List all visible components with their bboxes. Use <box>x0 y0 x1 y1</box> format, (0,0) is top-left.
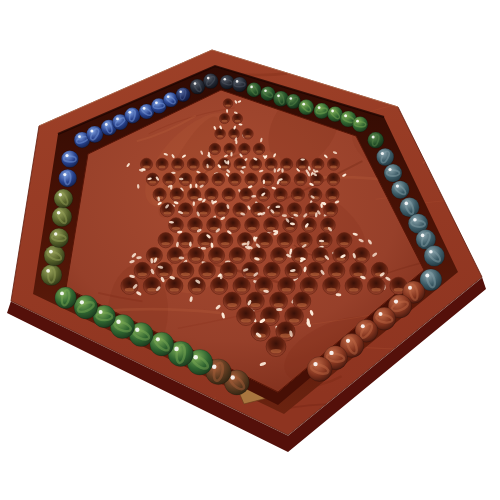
hole-glint <box>221 242 229 245</box>
hole-glint <box>203 273 212 277</box>
hole-dimple <box>300 277 317 294</box>
hole-dimple <box>224 143 235 154</box>
paint-speck <box>276 308 282 311</box>
marble-highlight <box>250 86 253 89</box>
hole-glint <box>200 211 208 214</box>
hole-dimple <box>220 114 230 124</box>
hole-glint <box>242 196 249 199</box>
hole-glint <box>314 181 321 184</box>
hole-dimple <box>277 233 292 248</box>
hole-dimple <box>326 188 339 201</box>
hole-glint <box>192 288 201 292</box>
marble-highlight <box>143 107 146 110</box>
marble-highlight <box>49 250 53 254</box>
tray-marble[interactable] <box>49 228 68 247</box>
tray-marble[interactable] <box>124 108 140 124</box>
hole-glint <box>252 166 259 169</box>
marble-sphere <box>190 79 205 94</box>
marble-highlight <box>207 77 210 80</box>
hole-glint <box>265 318 275 322</box>
tray-marble[interactable] <box>54 189 73 208</box>
hole-glint <box>332 273 341 277</box>
hole-dimple <box>239 143 250 154</box>
hole-glint <box>357 257 366 261</box>
marble-highlight <box>116 118 119 121</box>
hole-glint <box>268 166 275 169</box>
hole-dimple <box>337 233 352 248</box>
hole-glint <box>274 257 283 261</box>
hole-glint <box>248 181 255 184</box>
marble-highlight <box>57 211 61 215</box>
hole-dimple <box>237 307 256 326</box>
hole-glint <box>241 150 247 152</box>
hole-dimple <box>167 247 183 263</box>
hole-glint <box>217 135 223 137</box>
tray-marble[interactable] <box>61 150 78 167</box>
hole-glint <box>267 273 276 277</box>
hole-glint <box>282 288 291 292</box>
hole-glint <box>224 273 233 277</box>
hole-glint <box>315 166 322 169</box>
hole-glint <box>304 288 313 292</box>
hole-dimple <box>253 143 264 154</box>
hole-glint <box>241 318 251 322</box>
marble-sphere <box>424 246 445 267</box>
hole-dimple <box>209 247 225 263</box>
hole-glint <box>222 120 228 122</box>
hole-glint <box>162 242 170 245</box>
hole-glint <box>143 166 150 169</box>
hole-dimple <box>265 158 277 170</box>
hole-dimple <box>172 158 184 170</box>
marble-highlight <box>80 300 84 304</box>
marble-highlight <box>46 269 50 273</box>
hole-dimple <box>229 129 240 140</box>
hole-dimple <box>245 218 260 233</box>
marble-sphere <box>247 83 262 98</box>
hole-dimple <box>199 262 216 279</box>
hole-dimple <box>309 188 322 201</box>
marble-highlight <box>302 103 305 106</box>
marble-sphere <box>86 126 103 143</box>
marble-sphere <box>44 245 65 266</box>
hole-dimple <box>205 188 218 201</box>
hole-glint <box>190 166 197 169</box>
hole-glint <box>274 303 284 307</box>
marble-sphere <box>377 148 394 165</box>
hole-glint <box>229 227 237 230</box>
hole-dimple <box>169 218 184 233</box>
marble-highlight <box>394 300 398 304</box>
hole-dimple <box>278 277 295 294</box>
marble-highlight <box>331 110 334 113</box>
hole-dimple <box>271 247 287 263</box>
marble-highlight <box>193 355 198 360</box>
hole-dimple <box>317 233 332 248</box>
hole-dimple <box>212 173 225 186</box>
hole-glint <box>235 120 241 122</box>
hole-glint <box>289 318 299 322</box>
hole-glint <box>166 181 173 184</box>
marble-sphere <box>299 100 314 115</box>
tray-marble[interactable] <box>299 100 314 115</box>
hole-dimple <box>179 203 193 217</box>
marble-highlight <box>356 120 359 123</box>
hole-glint <box>147 288 156 292</box>
hole-dimple <box>312 158 324 170</box>
hole-dimple <box>229 247 245 263</box>
hole-glint <box>181 242 189 245</box>
tray-marble[interactable] <box>307 357 332 382</box>
tray-marble[interactable] <box>41 265 62 286</box>
hole-dimple <box>156 262 173 279</box>
hole-glint <box>277 196 284 199</box>
hole-dimple <box>250 247 266 263</box>
marble-highlight <box>155 101 158 104</box>
marble-highlight <box>60 292 64 296</box>
tray-marble[interactable] <box>261 86 276 101</box>
hole-glint <box>182 181 189 184</box>
tray-marble[interactable] <box>377 148 394 165</box>
marble-sphere <box>54 189 73 208</box>
hole-glint <box>256 150 262 152</box>
hole-dimple <box>345 277 362 294</box>
marble-highlight <box>105 123 108 126</box>
hole-glint <box>320 242 328 245</box>
hole-dimple <box>333 247 349 263</box>
tray-marble[interactable] <box>352 117 368 133</box>
marble-highlight <box>179 90 182 93</box>
hole-dimple <box>226 218 241 233</box>
hole-dimple <box>215 129 226 140</box>
tray-marble[interactable] <box>232 77 247 92</box>
hole-glint <box>245 135 251 137</box>
marble-highlight <box>346 339 350 343</box>
hole-dimple <box>233 277 250 294</box>
marble-highlight <box>313 362 317 366</box>
hole-dimple <box>291 247 307 263</box>
hole-glint <box>218 211 226 214</box>
hole-glint <box>283 166 290 169</box>
marble-highlight <box>90 130 93 133</box>
hole-glint <box>310 273 319 277</box>
marble-highlight <box>344 114 347 117</box>
hole-glint <box>159 273 168 277</box>
marble-highlight <box>361 324 365 328</box>
marble-sphere <box>52 207 72 227</box>
hole-dimple <box>229 173 242 186</box>
hole-glint <box>225 196 232 199</box>
marble-highlight <box>318 106 321 109</box>
marble-highlight <box>99 310 103 314</box>
marble-highlight <box>388 168 391 171</box>
hole-glint <box>138 273 147 277</box>
hole-glint <box>201 242 209 245</box>
hole-glint <box>171 257 180 261</box>
hole-glint <box>353 273 362 277</box>
hole-glint <box>172 227 180 230</box>
hole-glint <box>281 242 289 245</box>
marble-highlight <box>128 111 131 114</box>
marble-highlight <box>156 337 160 341</box>
marble-highlight <box>408 286 412 290</box>
marble-sphere <box>203 74 218 89</box>
marble-sphere <box>391 181 409 199</box>
hole-dimple <box>328 262 345 279</box>
marble-highlight <box>65 154 68 157</box>
hole-dimple <box>266 337 286 357</box>
paint-speck <box>189 242 192 247</box>
chinese-checkers-product-photo <box>0 0 500 500</box>
marble-highlight <box>381 152 384 155</box>
tray-marble[interactable] <box>203 74 218 89</box>
hole-glint <box>210 227 218 230</box>
hole-dimple <box>223 292 241 310</box>
hole-dimple <box>233 114 243 124</box>
hole-dimple <box>156 158 168 170</box>
marble-highlight <box>264 90 267 93</box>
hole-dimple <box>223 99 232 108</box>
hole-dimple <box>143 277 160 294</box>
hole-glint <box>237 288 246 292</box>
marble-highlight <box>329 351 333 355</box>
hole-glint <box>191 227 199 230</box>
hole-glint <box>125 288 134 292</box>
marble-highlight <box>116 320 120 324</box>
tray-marble[interactable] <box>44 245 65 266</box>
marble-highlight <box>372 136 375 139</box>
hole-glint <box>289 273 298 277</box>
hole-glint <box>340 242 348 245</box>
hole-glint <box>299 166 306 169</box>
hole-glint <box>170 288 179 292</box>
tray-marble[interactable] <box>52 207 72 227</box>
marble-highlight <box>421 234 425 238</box>
marble-highlight <box>277 94 280 97</box>
hole-glint <box>286 227 294 230</box>
paint-speck <box>263 179 265 184</box>
hole-glint <box>330 166 337 169</box>
marble-highlight <box>429 250 433 254</box>
hole-dimple <box>187 158 199 170</box>
tray-marble[interactable] <box>384 164 402 182</box>
hole-glint <box>329 196 336 199</box>
hole-glint <box>233 257 242 261</box>
hole-dimple <box>264 262 281 279</box>
hole-glint <box>327 211 335 214</box>
marble-highlight <box>425 273 429 277</box>
hole-glint <box>330 181 337 184</box>
tray-marble[interactable] <box>190 79 205 94</box>
marble-highlight <box>194 82 197 85</box>
hole-dimple <box>243 129 254 140</box>
hole-dimple <box>327 173 340 186</box>
hole-glint <box>225 105 230 107</box>
hole-dimple <box>251 322 270 341</box>
tray-marble[interactable] <box>314 103 330 119</box>
hole-dimple <box>188 247 204 263</box>
hole-glint <box>159 166 166 169</box>
hole-dimple <box>321 218 336 233</box>
hole-glint <box>149 181 156 184</box>
hole-glint <box>231 135 237 137</box>
hole-dimple <box>203 158 215 170</box>
tray-marble[interactable] <box>220 75 234 89</box>
tray-marble[interactable] <box>150 332 174 356</box>
tray-marble[interactable] <box>74 295 98 319</box>
hole-dimple <box>211 277 228 294</box>
marble-highlight <box>379 312 383 316</box>
marble-highlight <box>174 347 179 352</box>
hole-glint <box>281 181 288 184</box>
marble-sphere <box>150 332 174 356</box>
tray-marble[interactable] <box>176 87 190 101</box>
hole-glint <box>280 334 291 338</box>
tray-marble[interactable] <box>55 287 77 309</box>
hole-dimple <box>222 188 235 201</box>
marble-highlight <box>135 328 139 332</box>
hole-glint <box>297 303 307 307</box>
hole-glint <box>267 227 275 230</box>
hole-glint <box>251 303 261 307</box>
hole-dimple <box>368 277 385 294</box>
hole-dimple <box>209 143 220 154</box>
hole-dimple <box>166 277 183 294</box>
hole-glint <box>394 288 403 292</box>
hole-dimple <box>283 218 298 233</box>
marble-highlight <box>396 185 399 188</box>
hole-dimple <box>323 277 340 294</box>
board-svg <box>0 0 500 500</box>
tray-marble[interactable] <box>391 181 409 199</box>
hole-dimple <box>163 173 176 186</box>
marble-highlight <box>54 232 57 235</box>
marble-highlight <box>405 202 409 206</box>
hole-glint <box>261 242 269 245</box>
hole-glint <box>215 181 222 184</box>
tray-marble[interactable] <box>59 169 77 187</box>
marble-highlight <box>236 80 239 83</box>
paint-speck <box>300 159 305 161</box>
hole-dimple <box>238 233 253 248</box>
tray-marble[interactable] <box>86 126 103 143</box>
hole-glint <box>316 257 325 261</box>
marble-highlight <box>167 96 170 99</box>
hole-dimple <box>302 218 317 233</box>
hole-glint <box>164 211 172 214</box>
hole-glint <box>227 303 237 307</box>
hole-glint <box>173 196 180 199</box>
hole-glint <box>221 166 228 169</box>
marble-sphere <box>261 86 276 101</box>
hole-dimple <box>354 247 370 263</box>
hole-dimple <box>134 262 151 279</box>
hole-dimple <box>245 173 258 186</box>
tray-marble[interactable] <box>368 132 384 148</box>
marble-highlight <box>413 218 417 222</box>
hole-dimple <box>274 188 287 201</box>
hole-glint <box>192 257 201 261</box>
hole-glint <box>174 166 181 169</box>
hole-glint <box>371 288 380 292</box>
marble-highlight <box>78 135 81 138</box>
hole-glint <box>181 273 190 277</box>
marble-highlight <box>224 78 227 81</box>
hole-glint <box>271 349 282 353</box>
hole-dimple <box>328 158 340 170</box>
hole-glint <box>349 288 358 292</box>
hole-dimple <box>218 233 233 248</box>
tray-marble[interactable] <box>424 246 445 267</box>
hole-glint <box>260 196 267 199</box>
marble-highlight <box>59 193 62 196</box>
hole-dimple <box>220 262 237 279</box>
marble-highlight <box>63 173 66 176</box>
marble-sphere <box>74 295 98 319</box>
hole-glint <box>212 257 221 261</box>
hole-glint <box>198 181 205 184</box>
hole-dimple <box>239 188 252 201</box>
hole-dimple <box>371 262 388 279</box>
hole-glint <box>215 288 224 292</box>
hole-glint <box>248 227 256 230</box>
marble-highlight <box>290 97 293 100</box>
hole-glint <box>208 196 215 199</box>
hole-dimple <box>170 188 183 201</box>
hole-glint <box>190 196 197 199</box>
hole-dimple <box>294 173 307 186</box>
hole-glint <box>294 196 301 199</box>
hole-glint <box>212 150 218 152</box>
hole-dimple <box>158 233 173 248</box>
hole-dimple <box>324 203 338 217</box>
hole-dimple <box>177 262 194 279</box>
hole-glint <box>297 181 304 184</box>
hole-glint <box>327 288 336 292</box>
hole-glint <box>231 181 238 184</box>
marble-highlight <box>231 375 235 379</box>
tray-marble[interactable] <box>247 83 262 98</box>
hole-dimple <box>291 188 304 201</box>
hole-dimple <box>196 173 209 186</box>
hole-glint <box>264 181 271 184</box>
